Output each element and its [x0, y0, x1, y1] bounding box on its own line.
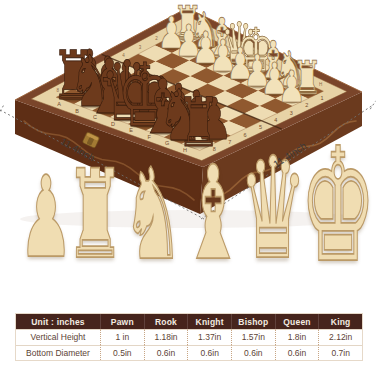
spec-header-pawn: Pawn	[100, 314, 144, 329]
piece-lineup: ♟♜♞♝♛♚	[0, 0, 376, 310]
spec-value-cell: 1.37in	[187, 329, 231, 345]
spec-header-rook: Rook	[144, 314, 188, 329]
spec-header-knight: Knight	[187, 314, 231, 329]
spec-row-label: Vertical Height	[16, 329, 100, 345]
spec-value-cell: 1.18in	[144, 329, 188, 345]
spec-header-king: King	[318, 314, 362, 329]
spec-row-label: Bottom Diameter	[16, 345, 100, 361]
spec-header-bishop: Bishop	[231, 314, 275, 329]
spec-value-cell: 0.5in	[100, 345, 144, 361]
lineup-piece-king: ♚	[300, 126, 376, 284]
spec-value-cell: 1.8in	[275, 329, 319, 345]
spec-value-cell: 0.6in	[275, 345, 319, 361]
spec-header-queen: Queen	[275, 314, 319, 329]
lineup-piece-rook: ♜	[65, 153, 125, 276]
spec-value-cell: 1.57in	[231, 329, 275, 345]
spec-value-cell: 0.6in	[144, 345, 188, 361]
spec-value-cell: 0.6in	[187, 345, 231, 361]
lineup-piece-bishop: ♝	[181, 148, 244, 278]
lineup-piece-knight: ♞	[122, 151, 183, 277]
chess-set-product-photo: AA11BB22CC33DD44EE55FF66GG77HH88♜♞♟♝♟♛♟♚…	[0, 0, 376, 365]
spec-value-cell: 2.12in	[318, 329, 362, 345]
spec-value-cell: 1 in	[100, 329, 144, 345]
spec-value-cell: 0.6in	[231, 345, 275, 361]
spec-table: Unit : inchesPawnRookKnightBishopQueenKi…	[16, 314, 362, 360]
spec-value-cell: 0.7in	[318, 345, 362, 361]
spec-unit-header: Unit : inches	[16, 314, 100, 329]
